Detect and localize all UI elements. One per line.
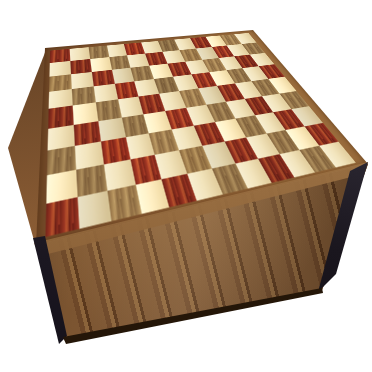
- square-r2c0-walnut: [49, 74, 72, 92]
- square-r8c0-rosewood: [45, 197, 79, 237]
- square-r3c3-rosewood: [114, 82, 139, 100]
- square-r4c1-maple: [73, 103, 98, 125]
- scene: [0, 0, 372, 372]
- square-r0c4-rosewood: [124, 42, 145, 55]
- square-r1c1-rosewood: [70, 59, 91, 74]
- square-r8c1-maple: [77, 191, 110, 229]
- square-r1c2-maple: [90, 57, 112, 72]
- square-r4c0-rosewood: [48, 106, 73, 128]
